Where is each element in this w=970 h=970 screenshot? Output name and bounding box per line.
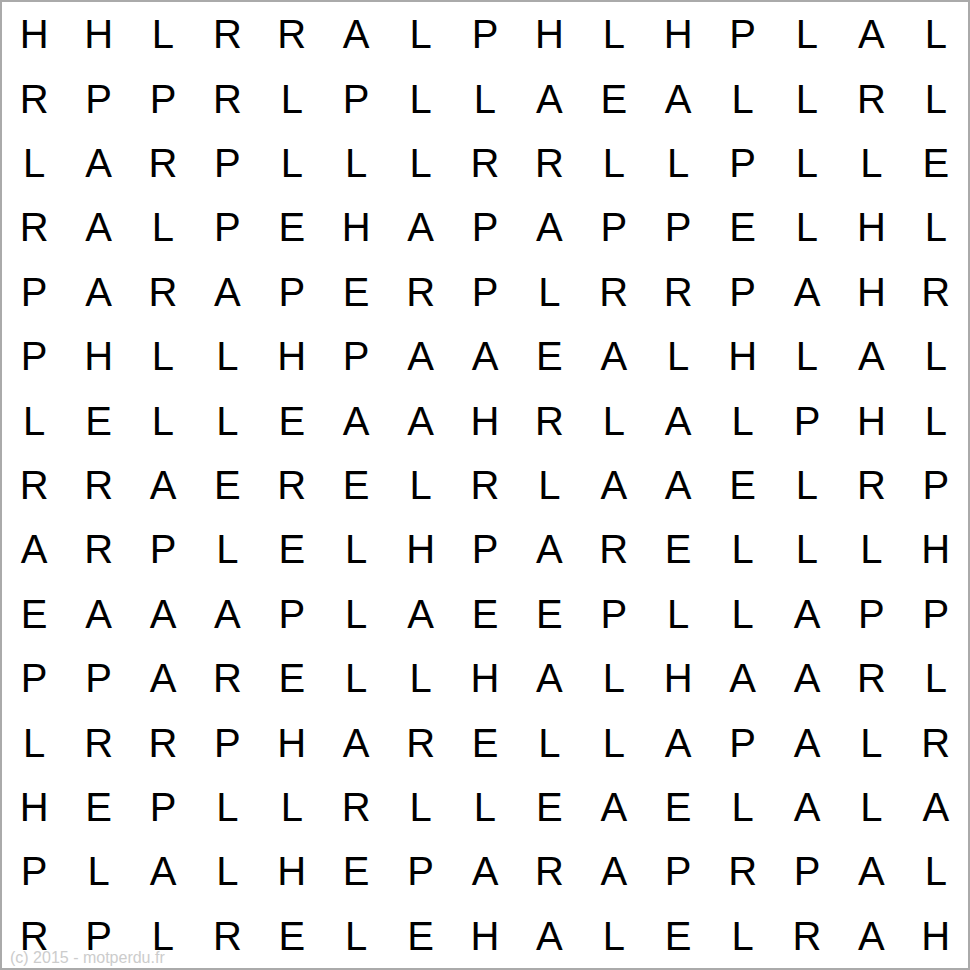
grid-cell[interactable]: P — [453, 260, 517, 324]
grid-cell[interactable]: L — [775, 453, 839, 517]
grid-cell[interactable]: A — [582, 453, 646, 517]
grid-cell[interactable]: A — [839, 324, 903, 388]
grid-cell[interactable]: A — [131, 582, 195, 646]
grid-cell[interactable]: L — [517, 710, 581, 774]
grid-cell[interactable]: L — [904, 324, 968, 388]
grid-cell[interactable]: H — [260, 324, 324, 388]
grid-cell[interactable]: E — [582, 66, 646, 130]
grid-cell[interactable]: A — [839, 904, 903, 968]
grid-cell[interactable]: H — [904, 517, 968, 581]
grid-cell[interactable]: L — [388, 131, 452, 195]
grid-cell[interactable]: E — [324, 839, 388, 903]
grid-cell[interactable]: R — [453, 131, 517, 195]
grid-cell[interactable]: L — [453, 775, 517, 839]
grid-cell[interactable]: R — [195, 904, 259, 968]
grid-cell[interactable]: E — [2, 582, 66, 646]
grid-cell[interactable]: H — [646, 646, 710, 710]
grid-cell[interactable]: P — [324, 324, 388, 388]
grid-cell[interactable]: R — [2, 66, 66, 130]
grid-cell[interactable]: P — [2, 839, 66, 903]
grid-cell[interactable]: E — [710, 453, 774, 517]
grid-cell[interactable]: R — [710, 839, 774, 903]
grid-cell[interactable]: L — [710, 775, 774, 839]
grid-cell[interactable]: L — [839, 517, 903, 581]
grid-cell[interactable]: H — [517, 2, 581, 66]
grid-cell[interactable]: P — [904, 582, 968, 646]
grid-cell[interactable]: L — [582, 646, 646, 710]
grid-cell[interactable]: L — [131, 388, 195, 452]
grid-cell[interactable]: A — [195, 260, 259, 324]
grid-cell[interactable]: P — [66, 646, 130, 710]
grid-cell[interactable]: H — [324, 195, 388, 259]
grid-cell[interactable]: P — [904, 453, 968, 517]
grid-cell[interactable]: H — [66, 2, 130, 66]
grid-cell[interactable]: P — [2, 646, 66, 710]
grid-cell[interactable]: L — [710, 904, 774, 968]
grid-cell[interactable]: A — [646, 710, 710, 774]
grid-cell[interactable]: L — [904, 839, 968, 903]
grid-cell[interactable]: L — [388, 646, 452, 710]
grid-cell[interactable]: P — [131, 66, 195, 130]
grid-cell[interactable]: L — [904, 2, 968, 66]
word-search-board: HHLRRALPHLHPLALRPPRLPLLAEALLRLLARPLLLRRL… — [0, 0, 970, 970]
grid-cell[interactable]: L — [324, 582, 388, 646]
grid-cell[interactable]: P — [646, 839, 710, 903]
grid-cell[interactable]: L — [195, 775, 259, 839]
copyright-text: (c) 2015 - motperdu.fr — [10, 949, 165, 967]
grid-cell[interactable]: L — [517, 260, 581, 324]
grid-cell[interactable]: A — [66, 131, 130, 195]
grid-cell[interactable]: P — [324, 66, 388, 130]
grid-cell[interactable]: A — [453, 324, 517, 388]
grid-cell[interactable]: E — [646, 904, 710, 968]
grid-cell[interactable]: E — [517, 582, 581, 646]
grid-cell[interactable]: H — [710, 324, 774, 388]
grid-cell[interactable]: R — [66, 710, 130, 774]
grid-cell[interactable]: E — [260, 904, 324, 968]
grid-cell[interactable]: E — [324, 260, 388, 324]
grid-cell[interactable]: R — [517, 388, 581, 452]
grid-cell[interactable]: R — [582, 517, 646, 581]
grid-cell[interactable]: L — [775, 324, 839, 388]
grid-cell[interactable]: A — [131, 839, 195, 903]
grid-cell[interactable]: L — [710, 66, 774, 130]
grid-cell[interactable]: L — [646, 131, 710, 195]
grid-cell[interactable]: L — [131, 324, 195, 388]
grid-cell[interactable]: P — [388, 839, 452, 903]
grid-cell[interactable]: P — [710, 131, 774, 195]
grid-cell[interactable]: H — [2, 775, 66, 839]
grid-cell[interactable]: A — [904, 775, 968, 839]
grid-cell[interactable]: R — [66, 517, 130, 581]
grid-cell[interactable]: L — [646, 324, 710, 388]
grid-cell[interactable]: R — [582, 260, 646, 324]
grid-cell[interactable]: H — [66, 324, 130, 388]
grid-cell[interactable]: P — [260, 260, 324, 324]
grid-cell[interactable]: L — [904, 66, 968, 130]
grid-cell[interactable]: A — [324, 710, 388, 774]
grid-cell[interactable]: A — [517, 904, 581, 968]
grid-cell[interactable]: L — [775, 2, 839, 66]
grid-cell[interactable]: P — [131, 517, 195, 581]
grid-cell[interactable]: A — [582, 775, 646, 839]
grid-cell[interactable]: P — [453, 195, 517, 259]
grid-cell[interactable]: E — [260, 646, 324, 710]
grid-cell[interactable]: L — [195, 839, 259, 903]
grid-cell[interactable]: H — [453, 388, 517, 452]
grid-cell[interactable]: P — [195, 710, 259, 774]
grid-cell[interactable]: L — [904, 195, 968, 259]
grid-cell[interactable]: L — [710, 582, 774, 646]
grid-cell[interactable]: P — [775, 388, 839, 452]
grid-cell[interactable]: R — [453, 453, 517, 517]
grid-cell[interactable]: A — [388, 388, 452, 452]
grid-cell[interactable]: A — [131, 646, 195, 710]
grid-cell[interactable]: R — [131, 131, 195, 195]
grid-cell[interactable]: E — [710, 195, 774, 259]
grid-cell[interactable]: R — [2, 453, 66, 517]
grid-cell[interactable]: P — [131, 775, 195, 839]
grid-cell[interactable]: R — [388, 710, 452, 774]
grid-cell[interactable]: L — [388, 453, 452, 517]
grid-cell[interactable]: L — [260, 131, 324, 195]
grid-cell[interactable]: A — [646, 453, 710, 517]
grid-cell[interactable]: L — [710, 517, 774, 581]
grid-cell[interactable]: E — [517, 775, 581, 839]
grid-cell[interactable]: P — [453, 517, 517, 581]
grid-cell[interactable]: L — [582, 131, 646, 195]
grid-cell[interactable]: H — [2, 2, 66, 66]
grid-cell[interactable]: E — [260, 517, 324, 581]
grid-cell[interactable]: R — [195, 2, 259, 66]
grid-cell[interactable]: L — [839, 710, 903, 774]
grid-cell[interactable]: E — [260, 388, 324, 452]
grid-cell[interactable]: E — [324, 453, 388, 517]
grid-cell[interactable]: P — [839, 582, 903, 646]
grid-cell[interactable]: P — [453, 2, 517, 66]
grid-cell[interactable]: A — [517, 66, 581, 130]
grid-cell[interactable]: L — [839, 775, 903, 839]
grid-cell[interactable]: L — [582, 388, 646, 452]
grid-cell[interactable]: R — [839, 66, 903, 130]
grid-cell[interactable]: L — [131, 195, 195, 259]
grid-cell[interactable]: H — [646, 2, 710, 66]
grid-cell[interactable]: R — [195, 646, 259, 710]
grid-cell[interactable]: A — [775, 260, 839, 324]
grid-cell[interactable]: P — [710, 710, 774, 774]
grid-cell[interactable]: E — [646, 517, 710, 581]
grid-cell[interactable]: E — [195, 453, 259, 517]
grid-cell[interactable]: L — [66, 839, 130, 903]
grid-cell[interactable]: R — [839, 646, 903, 710]
grid-cell[interactable]: A — [775, 582, 839, 646]
grid-cell[interactable]: R — [260, 2, 324, 66]
grid-cell[interactable]: E — [66, 775, 130, 839]
grid-cell[interactable]: L — [324, 904, 388, 968]
grid-cell[interactable]: L — [195, 324, 259, 388]
grid-cell[interactable]: A — [517, 646, 581, 710]
grid-cell[interactable]: A — [388, 324, 452, 388]
grid-cell[interactable]: A — [775, 646, 839, 710]
grid-cell[interactable]: E — [453, 582, 517, 646]
grid-cell[interactable]: H — [453, 904, 517, 968]
grid-cell[interactable]: R — [646, 260, 710, 324]
grid-cell[interactable]: L — [324, 131, 388, 195]
grid-cell[interactable]: A — [324, 388, 388, 452]
grid-cell[interactable]: P — [646, 195, 710, 259]
grid-cell[interactable]: L — [195, 388, 259, 452]
grid-cell[interactable]: E — [646, 775, 710, 839]
grid-cell[interactable]: A — [839, 839, 903, 903]
grid-cell[interactable]: R — [66, 453, 130, 517]
grid-cell[interactable]: A — [324, 2, 388, 66]
grid-cell[interactable]: P — [710, 2, 774, 66]
grid-cell[interactable]: L — [775, 66, 839, 130]
grid-cell[interactable]: A — [131, 453, 195, 517]
grid-cell[interactable]: P — [710, 260, 774, 324]
grid-cell[interactable]: L — [517, 453, 581, 517]
grid-cell[interactable]: L — [710, 388, 774, 452]
grid-cell[interactable]: L — [904, 388, 968, 452]
grid-cell[interactable]: L — [775, 195, 839, 259]
grid-cell[interactable]: L — [388, 775, 452, 839]
grid-cell[interactable]: A — [66, 195, 130, 259]
grid-cell[interactable]: A — [2, 517, 66, 581]
grid-cell[interactable]: A — [66, 260, 130, 324]
grid-cell[interactable]: L — [2, 388, 66, 452]
grid-cell[interactable]: L — [260, 66, 324, 130]
grid-cell[interactable]: P — [582, 195, 646, 259]
grid-cell[interactable]: L — [131, 2, 195, 66]
grid-cell[interactable]: P — [195, 195, 259, 259]
grid-cell[interactable]: R — [839, 453, 903, 517]
grid-cell[interactable]: L — [582, 710, 646, 774]
grid-cell[interactable]: R — [260, 453, 324, 517]
grid-cell[interactable]: R — [517, 839, 581, 903]
grid-cell[interactable]: L — [453, 66, 517, 130]
grid-cell[interactable]: A — [646, 388, 710, 452]
grid-cell[interactable]: E — [453, 710, 517, 774]
grid-cell[interactable]: R — [324, 775, 388, 839]
grid-cell[interactable]: L — [324, 646, 388, 710]
grid-cell[interactable]: H — [388, 517, 452, 581]
grid-cell[interactable]: R — [2, 195, 66, 259]
grid-cell[interactable]: A — [839, 2, 903, 66]
grid-cell[interactable]: H — [839, 195, 903, 259]
grid-cell[interactable]: A — [646, 66, 710, 130]
grid-cell[interactable]: H — [904, 904, 968, 968]
grid-cell[interactable]: E — [388, 904, 452, 968]
grid-cell[interactable]: A — [517, 517, 581, 581]
grid-cell[interactable]: A — [388, 582, 452, 646]
grid-cell[interactable]: L — [582, 904, 646, 968]
grid-cell[interactable]: R — [388, 260, 452, 324]
grid-cell[interactable]: A — [66, 582, 130, 646]
grid-cell[interactable]: P — [582, 582, 646, 646]
grid-cell[interactable]: L — [260, 775, 324, 839]
grid-cell[interactable]: L — [388, 2, 452, 66]
grid-cell[interactable]: H — [260, 710, 324, 774]
grid-cell[interactable]: L — [582, 2, 646, 66]
grid-cell[interactable]: E — [517, 324, 581, 388]
grid-cell[interactable]: A — [710, 646, 774, 710]
grid-cell[interactable]: H — [260, 839, 324, 903]
grid-cell[interactable]: L — [839, 131, 903, 195]
grid-cell[interactable]: P — [2, 260, 66, 324]
grid-cell[interactable]: A — [517, 195, 581, 259]
grid-cell[interactable]: A — [582, 324, 646, 388]
grid-cell[interactable]: L — [775, 131, 839, 195]
grid-cell[interactable]: L — [904, 646, 968, 710]
grid-cell[interactable]: A — [453, 839, 517, 903]
grid-cell[interactable]: R — [131, 260, 195, 324]
grid-cell[interactable]: A — [582, 839, 646, 903]
grid-cell[interactable]: H — [453, 646, 517, 710]
letter-grid: HHLRRALPHLHPLALRPPRLPLLAEALLRLLARPLLLRRL… — [2, 2, 968, 968]
grid-cell[interactable]: R — [517, 131, 581, 195]
grid-cell[interactable]: L — [324, 517, 388, 581]
grid-cell[interactable]: H — [839, 260, 903, 324]
grid-cell[interactable]: L — [2, 710, 66, 774]
grid-cell[interactable]: L — [646, 582, 710, 646]
grid-cell[interactable]: P — [775, 839, 839, 903]
grid-cell[interactable]: L — [388, 66, 452, 130]
grid-cell[interactable]: R — [775, 904, 839, 968]
grid-cell[interactable]: E — [260, 195, 324, 259]
grid-cell[interactable]: R — [131, 710, 195, 774]
grid-cell[interactable]: A — [775, 775, 839, 839]
grid-cell[interactable]: L — [775, 517, 839, 581]
grid-cell[interactable]: A — [388, 195, 452, 259]
grid-cell[interactable]: A — [195, 582, 259, 646]
grid-cell[interactable]: R — [904, 710, 968, 774]
grid-cell[interactable]: R — [904, 260, 968, 324]
grid-cell[interactable]: E — [904, 131, 968, 195]
grid-cell[interactable]: P — [66, 66, 130, 130]
grid-cell[interactable]: P — [195, 131, 259, 195]
grid-cell[interactable]: H — [839, 388, 903, 452]
grid-cell[interactable]: E — [66, 388, 130, 452]
grid-cell[interactable]: L — [2, 131, 66, 195]
grid-cell[interactable]: R — [195, 66, 259, 130]
grid-cell[interactable]: P — [260, 582, 324, 646]
grid-cell[interactable]: P — [2, 324, 66, 388]
grid-cell[interactable]: A — [775, 710, 839, 774]
grid-cell[interactable]: L — [195, 517, 259, 581]
